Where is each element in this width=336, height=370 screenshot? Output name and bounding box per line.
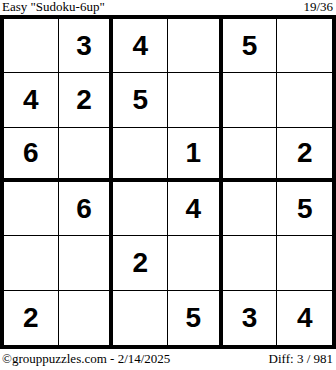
cell-r3c2[interactable] — [59, 128, 114, 182]
cell-r4c1[interactable] — [4, 182, 59, 236]
cell-r2c6[interactable] — [277, 73, 332, 127]
footer: ©grouppuzzles.com - 2/14/2025 Diff: 3 / … — [2, 351, 333, 367]
cell-r2c5[interactable] — [223, 73, 278, 127]
cell-r1c3[interactable]: 4 — [113, 19, 168, 73]
cell-r5c6[interactable] — [277, 236, 332, 290]
cell-r5c2[interactable] — [59, 236, 114, 290]
cell-r2c4[interactable] — [168, 73, 223, 127]
cell-r4c5[interactable] — [223, 182, 278, 236]
cell-r3c1[interactable]: 6 — [4, 128, 59, 182]
puzzle-page: Easy "Sudoku-6up" 19/36 3454256126452253… — [0, 0, 336, 370]
cell-r3c6[interactable]: 2 — [277, 128, 332, 182]
cell-r1c2[interactable]: 3 — [59, 19, 114, 73]
cell-r6c1[interactable]: 2 — [4, 291, 59, 345]
cell-r6c4[interactable]: 5 — [168, 291, 223, 345]
header: Easy "Sudoku-6up" 19/36 — [2, 0, 333, 15]
cell-r4c4[interactable]: 4 — [168, 182, 223, 236]
cell-r3c3[interactable] — [113, 128, 168, 182]
cell-r5c1[interactable] — [4, 236, 59, 290]
cell-r6c3[interactable] — [113, 291, 168, 345]
copyright-text: ©grouppuzzles.com - 2/14/2025 — [2, 351, 170, 367]
cell-r1c5[interactable]: 5 — [223, 19, 278, 73]
cell-r3c4[interactable]: 1 — [168, 128, 223, 182]
cell-r5c4[interactable] — [168, 236, 223, 290]
cell-r5c5[interactable] — [223, 236, 278, 290]
cell-r4c3[interactable] — [113, 182, 168, 236]
cell-r3c5[interactable] — [223, 128, 278, 182]
cell-r2c2[interactable]: 2 — [59, 73, 114, 127]
sudoku-board: 34542561264522534 — [0, 15, 336, 349]
difficulty-text: Diff: 3 / 981 — [269, 351, 333, 367]
cell-r6c2[interactable] — [59, 291, 114, 345]
cell-r1c4[interactable] — [168, 19, 223, 73]
cell-r4c2[interactable]: 6 — [59, 182, 114, 236]
cell-r1c6[interactable] — [277, 19, 332, 73]
puzzle-title: Easy "Sudoku-6up" — [2, 0, 105, 14]
cell-r5c3[interactable]: 2 — [113, 236, 168, 290]
cell-r4c6[interactable]: 5 — [277, 182, 332, 236]
cell-r6c5[interactable]: 3 — [223, 291, 278, 345]
cell-r2c1[interactable]: 4 — [4, 73, 59, 127]
cell-r2c3[interactable]: 5 — [113, 73, 168, 127]
cell-r6c6[interactable]: 4 — [277, 291, 332, 345]
cell-r1c1[interactable] — [4, 19, 59, 73]
cells-counter: 19/36 — [303, 0, 333, 14]
